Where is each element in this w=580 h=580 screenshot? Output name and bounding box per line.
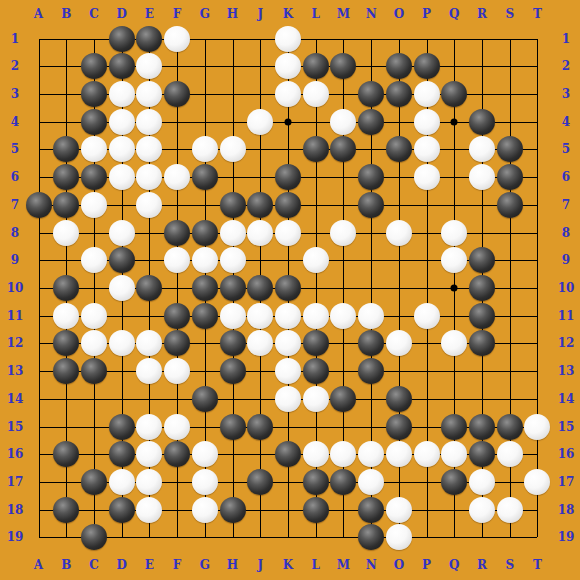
row-label-left-1: 1: [11, 32, 19, 46]
black-stone-G11[interactable]: [192, 303, 218, 329]
white-stone-D6[interactable]: [109, 164, 135, 190]
white-stone-P16[interactable]: [414, 441, 440, 467]
black-stone-A7[interactable]: [26, 192, 52, 218]
black-stone-R12[interactable]: [469, 330, 495, 356]
black-stone-O3[interactable]: [386, 81, 412, 107]
black-stone-J10[interactable]: [247, 275, 273, 301]
white-stone-D3[interactable]: [109, 81, 135, 107]
row-label-right-11: 11: [558, 309, 575, 323]
white-stone-F9[interactable]: [164, 247, 190, 273]
white-stone-K3[interactable]: [275, 81, 301, 107]
white-stone-J11[interactable]: [247, 303, 273, 329]
row-label-left-9: 9: [11, 253, 19, 267]
black-stone-E10[interactable]: [136, 275, 162, 301]
black-stone-C3[interactable]: [81, 81, 107, 107]
row-label-left-7: 7: [11, 198, 19, 212]
white-stone-E12[interactable]: [136, 330, 162, 356]
white-stone-N17[interactable]: [358, 469, 384, 495]
white-stone-Q16[interactable]: [441, 441, 467, 467]
white-stone-D5[interactable]: [109, 136, 135, 162]
grid-line-horizontal: [39, 537, 538, 538]
row-label-left-18: 18: [7, 503, 24, 517]
col-label-top-M: M: [337, 7, 350, 21]
row-label-right-7: 7: [562, 198, 570, 212]
col-label-bottom-N: N: [366, 558, 377, 572]
white-stone-C7[interactable]: [81, 192, 107, 218]
black-stone-B16[interactable]: [53, 441, 79, 467]
black-stone-B5[interactable]: [53, 136, 79, 162]
row-label-right-4: 4: [562, 115, 570, 129]
col-label-bottom-M: M: [337, 558, 350, 572]
black-stone-F12[interactable]: [164, 330, 190, 356]
black-stone-N7[interactable]: [358, 192, 384, 218]
white-stone-S16[interactable]: [497, 441, 523, 467]
row-label-right-5: 5: [562, 142, 570, 156]
black-stone-D9[interactable]: [109, 247, 135, 273]
row-label-left-2: 2: [11, 59, 19, 73]
col-label-bottom-S: S: [505, 558, 514, 572]
row-label-right-19: 19: [558, 530, 575, 544]
white-stone-G17[interactable]: [192, 469, 218, 495]
black-stone-R4[interactable]: [469, 109, 495, 135]
white-stone-O8[interactable]: [386, 220, 412, 246]
black-stone-C2[interactable]: [81, 53, 107, 79]
row-label-right-12: 12: [558, 336, 575, 350]
col-label-bottom-J: J: [257, 558, 263, 572]
row-label-left-4: 4: [11, 115, 19, 129]
row-label-right-10: 10: [558, 281, 575, 295]
row-label-left-3: 3: [11, 87, 19, 101]
black-stone-S15[interactable]: [497, 414, 523, 440]
white-stone-H9[interactable]: [220, 247, 246, 273]
row-label-right-3: 3: [562, 87, 570, 101]
grid-line-vertical: [537, 39, 538, 538]
white-stone-O16[interactable]: [386, 441, 412, 467]
white-stone-E13[interactable]: [136, 358, 162, 384]
col-label-bottom-O: O: [394, 558, 404, 572]
black-stone-G8[interactable]: [192, 220, 218, 246]
black-stone-K16[interactable]: [275, 441, 301, 467]
black-stone-J17[interactable]: [247, 469, 273, 495]
white-stone-K2[interactable]: [275, 53, 301, 79]
white-stone-M4[interactable]: [330, 109, 356, 135]
black-stone-B13[interactable]: [53, 358, 79, 384]
white-stone-P11[interactable]: [414, 303, 440, 329]
white-stone-F13[interactable]: [164, 358, 190, 384]
white-stone-E3[interactable]: [136, 81, 162, 107]
white-stone-R17[interactable]: [469, 469, 495, 495]
black-stone-K10[interactable]: [275, 275, 301, 301]
white-stone-L14[interactable]: [303, 386, 329, 412]
black-stone-F8[interactable]: [164, 220, 190, 246]
black-stone-N4[interactable]: [358, 109, 384, 135]
col-label-top-D: D: [116, 7, 126, 21]
row-label-left-5: 5: [11, 142, 19, 156]
col-label-bottom-C: C: [89, 558, 99, 572]
white-stone-L16[interactable]: [303, 441, 329, 467]
white-stone-L11[interactable]: [303, 303, 329, 329]
white-stone-H11[interactable]: [220, 303, 246, 329]
black-stone-L17[interactable]: [303, 469, 329, 495]
white-stone-G9[interactable]: [192, 247, 218, 273]
black-stone-S7[interactable]: [497, 192, 523, 218]
black-stone-Q15[interactable]: [441, 414, 467, 440]
white-stone-D4[interactable]: [109, 109, 135, 135]
white-stone-K1[interactable]: [275, 26, 301, 52]
black-stone-C17[interactable]: [81, 469, 107, 495]
white-stone-F1[interactable]: [164, 26, 190, 52]
white-stone-R5[interactable]: [469, 136, 495, 162]
white-stone-L3[interactable]: [303, 81, 329, 107]
col-label-bottom-E: E: [145, 558, 154, 572]
col-label-top-K: K: [283, 7, 293, 21]
white-stone-C9[interactable]: [81, 247, 107, 273]
white-stone-Q9[interactable]: [441, 247, 467, 273]
black-stone-L18[interactable]: [303, 497, 329, 523]
black-stone-H18[interactable]: [220, 497, 246, 523]
black-stone-R11[interactable]: [469, 303, 495, 329]
row-label-left-16: 16: [7, 447, 24, 461]
row-label-left-6: 6: [11, 170, 19, 184]
white-stone-K14[interactable]: [275, 386, 301, 412]
white-stone-F6[interactable]: [164, 164, 190, 190]
white-stone-C5[interactable]: [81, 136, 107, 162]
black-stone-S5[interactable]: [497, 136, 523, 162]
black-stone-D15[interactable]: [109, 414, 135, 440]
white-stone-L9[interactable]: [303, 247, 329, 273]
white-stone-J12[interactable]: [247, 330, 273, 356]
black-stone-M17[interactable]: [330, 469, 356, 495]
black-stone-Q3[interactable]: [441, 81, 467, 107]
white-stone-D12[interactable]: [109, 330, 135, 356]
white-stone-G5[interactable]: [192, 136, 218, 162]
col-label-bottom-T: T: [533, 558, 542, 572]
row-label-left-15: 15: [7, 420, 24, 434]
black-stone-H12[interactable]: [220, 330, 246, 356]
black-stone-B18[interactable]: [53, 497, 79, 523]
col-label-top-F: F: [173, 7, 182, 21]
col-label-top-C: C: [89, 7, 99, 21]
white-stone-C11[interactable]: [81, 303, 107, 329]
row-label-right-18: 18: [558, 503, 575, 517]
white-stone-J8[interactable]: [247, 220, 273, 246]
black-stone-C6[interactable]: [81, 164, 107, 190]
black-stone-D18[interactable]: [109, 497, 135, 523]
star-point-K4: [284, 118, 291, 125]
col-label-bottom-L: L: [311, 558, 319, 572]
black-stone-R9[interactable]: [469, 247, 495, 273]
white-stone-E6[interactable]: [136, 164, 162, 190]
row-label-right-16: 16: [558, 447, 575, 461]
black-stone-R15[interactable]: [469, 414, 495, 440]
black-stone-B12[interactable]: [53, 330, 79, 356]
col-label-top-S: S: [505, 7, 514, 21]
white-stone-O18[interactable]: [386, 497, 412, 523]
white-stone-P3[interactable]: [414, 81, 440, 107]
row-label-left-19: 19: [7, 530, 24, 544]
col-label-top-Q: Q: [449, 7, 459, 21]
black-stone-J15[interactable]: [247, 414, 273, 440]
black-stone-N6[interactable]: [358, 164, 384, 190]
col-label-bottom-R: R: [477, 558, 487, 572]
black-stone-B6[interactable]: [53, 164, 79, 190]
white-stone-N11[interactable]: [358, 303, 384, 329]
black-stone-G10[interactable]: [192, 275, 218, 301]
black-stone-B10[interactable]: [53, 275, 79, 301]
black-stone-H7[interactable]: [220, 192, 246, 218]
white-stone-M16[interactable]: [330, 441, 356, 467]
white-stone-E15[interactable]: [136, 414, 162, 440]
white-stone-E7[interactable]: [136, 192, 162, 218]
black-stone-D1[interactable]: [109, 26, 135, 52]
black-stone-C13[interactable]: [81, 358, 107, 384]
black-stone-O5[interactable]: [386, 136, 412, 162]
white-stone-E18[interactable]: [136, 497, 162, 523]
row-label-right-14: 14: [558, 392, 575, 406]
white-stone-O12[interactable]: [386, 330, 412, 356]
col-label-bottom-H: H: [227, 558, 238, 572]
white-stone-B11[interactable]: [53, 303, 79, 329]
row-label-left-11: 11: [7, 309, 24, 323]
white-stone-E16[interactable]: [136, 441, 162, 467]
col-label-top-H: H: [227, 7, 238, 21]
white-stone-G16[interactable]: [192, 441, 218, 467]
black-stone-D16[interactable]: [109, 441, 135, 467]
white-stone-S18[interactable]: [497, 497, 523, 523]
black-stone-C4[interactable]: [81, 109, 107, 135]
black-stone-R10[interactable]: [469, 275, 495, 301]
col-label-top-E: E: [145, 7, 154, 21]
black-stone-F16[interactable]: [164, 441, 190, 467]
row-label-right-1: 1: [562, 32, 570, 46]
row-label-left-10: 10: [7, 281, 24, 295]
row-label-right-15: 15: [558, 420, 575, 434]
white-stone-Q8[interactable]: [441, 220, 467, 246]
white-stone-D17[interactable]: [109, 469, 135, 495]
black-stone-H15[interactable]: [220, 414, 246, 440]
star-point-Q4: [451, 118, 458, 125]
white-stone-T17[interactable]: [524, 469, 550, 495]
col-label-bottom-G: G: [200, 558, 210, 572]
col-label-top-G: G: [200, 7, 210, 21]
black-stone-O14[interactable]: [386, 386, 412, 412]
white-stone-P5[interactable]: [414, 136, 440, 162]
black-stone-F3[interactable]: [164, 81, 190, 107]
white-stone-R18[interactable]: [469, 497, 495, 523]
black-stone-N13[interactable]: [358, 358, 384, 384]
go-board[interactable]: AABBCCDDEEFFGGHHJJKKLLMMNNOOPPQQRRSSTT11…: [0, 0, 580, 580]
white-stone-K12[interactable]: [275, 330, 301, 356]
row-label-left-17: 17: [7, 475, 24, 489]
black-stone-G6[interactable]: [192, 164, 218, 190]
col-label-top-A: A: [34, 7, 43, 21]
white-stone-E5[interactable]: [136, 136, 162, 162]
black-stone-N12[interactable]: [358, 330, 384, 356]
black-stone-Q17[interactable]: [441, 469, 467, 495]
black-stone-N3[interactable]: [358, 81, 384, 107]
row-label-right-6: 6: [562, 170, 570, 184]
col-label-bottom-B: B: [61, 558, 71, 572]
col-label-bottom-P: P: [422, 558, 431, 572]
black-stone-E1[interactable]: [136, 26, 162, 52]
row-label-right-13: 13: [558, 364, 575, 378]
white-stone-E4[interactable]: [136, 109, 162, 135]
black-stone-L13[interactable]: [303, 358, 329, 384]
star-point-Q10: [451, 284, 458, 291]
black-stone-P2[interactable]: [414, 53, 440, 79]
black-stone-K7[interactable]: [275, 192, 301, 218]
row-label-left-8: 8: [11, 226, 19, 240]
black-stone-N19[interactable]: [358, 524, 384, 550]
col-label-top-O: O: [394, 7, 404, 21]
row-label-right-17: 17: [558, 475, 575, 489]
black-stone-H10[interactable]: [220, 275, 246, 301]
col-label-top-J: J: [257, 7, 263, 21]
white-stone-J4[interactable]: [247, 109, 273, 135]
white-stone-D10[interactable]: [109, 275, 135, 301]
row-label-left-12: 12: [7, 336, 24, 350]
black-stone-M5[interactable]: [330, 136, 356, 162]
col-label-bottom-A: A: [34, 558, 43, 572]
col-label-top-P: P: [422, 7, 431, 21]
row-label-left-14: 14: [7, 392, 24, 406]
white-stone-K8[interactable]: [275, 220, 301, 246]
col-label-top-L: L: [311, 7, 319, 21]
black-stone-D2[interactable]: [109, 53, 135, 79]
black-stone-S6[interactable]: [497, 164, 523, 190]
black-stone-M14[interactable]: [330, 386, 356, 412]
black-stone-G14[interactable]: [192, 386, 218, 412]
white-stone-H5[interactable]: [220, 136, 246, 162]
white-stone-O19[interactable]: [386, 524, 412, 550]
row-label-right-8: 8: [562, 226, 570, 240]
white-stone-E2[interactable]: [136, 53, 162, 79]
col-label-top-N: N: [366, 7, 377, 21]
black-stone-L12[interactable]: [303, 330, 329, 356]
col-label-bottom-F: F: [173, 558, 182, 572]
white-stone-K11[interactable]: [275, 303, 301, 329]
black-stone-F11[interactable]: [164, 303, 190, 329]
white-stone-P6[interactable]: [414, 164, 440, 190]
white-stone-B8[interactable]: [53, 220, 79, 246]
col-label-top-B: B: [61, 7, 71, 21]
col-label-bottom-K: K: [283, 558, 293, 572]
col-label-bottom-Q: Q: [449, 558, 459, 572]
black-stone-O2[interactable]: [386, 53, 412, 79]
white-stone-E17[interactable]: [136, 469, 162, 495]
white-stone-M11[interactable]: [330, 303, 356, 329]
white-stone-T15[interactable]: [524, 414, 550, 440]
col-label-top-R: R: [477, 7, 487, 21]
black-stone-B7[interactable]: [53, 192, 79, 218]
black-stone-L5[interactable]: [303, 136, 329, 162]
col-label-top-T: T: [533, 7, 542, 21]
col-label-bottom-D: D: [116, 558, 126, 572]
black-stone-N18[interactable]: [358, 497, 384, 523]
row-label-left-13: 13: [7, 364, 24, 378]
white-stone-K13[interactable]: [275, 358, 301, 384]
white-stone-N16[interactable]: [358, 441, 384, 467]
white-stone-R6[interactable]: [469, 164, 495, 190]
row-label-right-2: 2: [562, 59, 570, 73]
black-stone-J7[interactable]: [247, 192, 273, 218]
black-stone-O15[interactable]: [386, 414, 412, 440]
black-stone-R16[interactable]: [469, 441, 495, 467]
white-stone-Q12[interactable]: [441, 330, 467, 356]
white-stone-C12[interactable]: [81, 330, 107, 356]
black-stone-L2[interactable]: [303, 53, 329, 79]
row-label-right-9: 9: [562, 253, 570, 267]
white-stone-F15[interactable]: [164, 414, 190, 440]
white-stone-H8[interactable]: [220, 220, 246, 246]
white-stone-G18[interactable]: [192, 497, 218, 523]
black-stone-K6[interactable]: [275, 164, 301, 190]
white-stone-P4[interactable]: [414, 109, 440, 135]
white-stone-D8[interactable]: [109, 220, 135, 246]
black-stone-M2[interactable]: [330, 53, 356, 79]
white-stone-M8[interactable]: [330, 220, 356, 246]
black-stone-C19[interactable]: [81, 524, 107, 550]
black-stone-H13[interactable]: [220, 358, 246, 384]
